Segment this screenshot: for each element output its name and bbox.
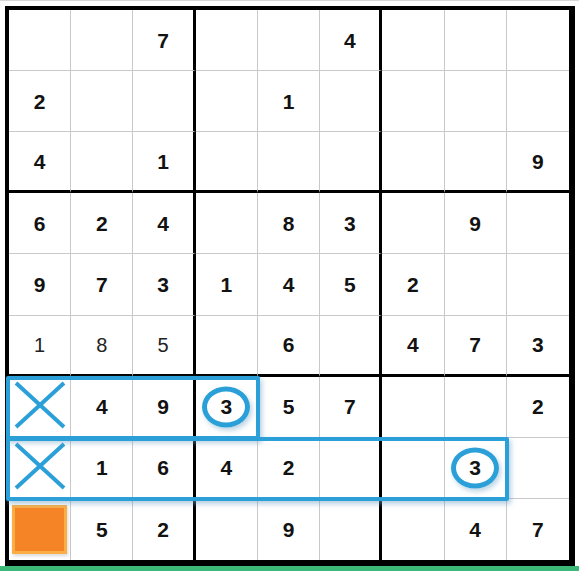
cell-r2c3[interactable] [133,71,195,132]
cell-r7c8[interactable] [445,377,507,438]
digit-r7c9: 2 [532,396,544,417]
cell-r2c2[interactable] [71,71,133,132]
digit-r6c7: 4 [407,334,419,355]
cell-r1c3[interactable]: 7 [133,10,195,71]
cell-r3c7[interactable] [382,132,444,193]
cell-r5c6[interactable]: 5 [320,254,382,315]
digit-r5c3: 3 [157,274,169,295]
digit-r3c3: 1 [157,151,169,172]
orange-square-annotation [12,505,67,554]
cell-r1c9[interactable] [507,10,569,71]
cell-r1c8[interactable] [445,10,507,71]
digit-r5c7: 2 [407,274,419,295]
sudoku-screen: 7421419624839973145218564734935721642352… [0,0,579,571]
cell-r4c7[interactable] [382,193,444,254]
digit-r6c2: 8 [96,335,107,355]
digit-r3c1: 4 [34,151,46,172]
cell-r7c3[interactable]: 9 [133,377,195,438]
digit-r4c6: 3 [344,213,356,234]
cell-r6c8[interactable]: 7 [445,316,507,377]
cell-r8c2[interactable]: 1 [71,438,133,499]
cell-r7c5[interactable]: 5 [258,377,320,438]
cell-r3c3[interactable]: 1 [133,132,195,193]
x-mark-icon [13,440,67,496]
digit-r9c2: 5 [96,519,108,540]
digit-r4c1: 6 [34,213,46,234]
cell-r2c6[interactable] [320,71,382,132]
cell-r8c8[interactable]: 3 [445,438,507,499]
cell-r5c7[interactable]: 2 [382,254,444,315]
digit-r7c2: 4 [96,396,108,417]
digit-r5c2: 7 [96,274,108,295]
cell-r9c1[interactable] [9,499,71,560]
cell-r9c5[interactable]: 9 [258,499,320,560]
cell-r8c7[interactable] [382,438,444,499]
cell-r5c9[interactable] [507,254,569,315]
cell-r4c8[interactable]: 9 [445,193,507,254]
digit-r6c8: 7 [469,334,481,355]
cell-r6c2[interactable]: 8 [71,316,133,377]
cell-r4c5[interactable]: 8 [258,193,320,254]
digit-r4c2: 2 [96,213,108,234]
digit-r7c5: 5 [283,396,295,417]
digit-r9c5: 9 [283,519,295,540]
cell-r1c4[interactable] [196,10,258,71]
cell-r1c2[interactable] [71,10,133,71]
cell-r2c8[interactable] [445,71,507,132]
cell-r9c4[interactable] [196,499,258,560]
cell-r4c6[interactable]: 3 [320,193,382,254]
digit-r7c4: 3 [220,396,232,417]
sudoku-board: 7421419624839973145218564734935721642352… [5,6,575,567]
cell-r8c3[interactable]: 6 [133,438,195,499]
cell-r7c4[interactable]: 3 [196,377,258,438]
cell-r1c6[interactable]: 4 [320,10,382,71]
cell-r3c9[interactable]: 9 [507,132,569,193]
digit-r1c3: 7 [157,30,169,51]
cell-r3c4[interactable] [196,132,258,193]
digit-r3c9: 9 [532,151,544,172]
cell-r7c2[interactable]: 4 [71,377,133,438]
cell-r4c9[interactable] [507,193,569,254]
cell-r3c2[interactable] [71,132,133,193]
cell-r6c1[interactable]: 1 [9,316,71,377]
cell-r8c1[interactable] [9,438,71,499]
digit-r7c6: 7 [344,396,356,417]
digit-r2c5: 1 [283,91,295,112]
digit-r8c2: 1 [96,457,108,478]
digit-r8c5: 2 [283,457,295,478]
cell-r1c5[interactable] [258,10,320,71]
cell-r6c3[interactable]: 5 [133,316,195,377]
digit-r9c9: 7 [532,519,544,540]
cell-r8c6[interactable] [320,438,382,499]
cell-r2c7[interactable] [382,71,444,132]
cell-r2c1[interactable]: 2 [9,71,71,132]
cell-r9c3[interactable]: 2 [133,499,195,560]
cell-r2c5[interactable]: 1 [258,71,320,132]
cell-r4c4[interactable] [196,193,258,254]
cell-r5c1[interactable]: 9 [9,254,71,315]
cell-r8c9[interactable] [507,438,569,499]
cell-r7c7[interactable] [382,377,444,438]
cell-r1c1[interactable] [9,10,71,71]
cell-r3c8[interactable] [445,132,507,193]
cell-r6c6[interactable] [320,316,382,377]
cell-r4c2[interactable]: 2 [71,193,133,254]
cell-r5c8[interactable] [445,254,507,315]
cell-r9c9[interactable]: 7 [507,499,569,560]
digit-r4c3: 4 [157,213,169,234]
cell-r7c1[interactable] [9,377,71,438]
digit-r9c3: 2 [157,519,169,540]
digit-r4c8: 9 [469,213,481,234]
cell-r5c4[interactable]: 1 [196,254,258,315]
digit-r6c5: 6 [283,334,295,355]
digit-r5c1: 9 [34,274,46,295]
cell-r3c6[interactable] [320,132,382,193]
digit-r4c5: 8 [283,213,295,234]
digit-r5c4: 1 [220,274,232,295]
cell-r9c2[interactable]: 5 [71,499,133,560]
cell-r8c4[interactable]: 4 [196,438,258,499]
digit-r6c1: 1 [34,335,45,355]
digit-r6c3: 5 [157,335,168,355]
digit-r8c4: 4 [220,457,232,478]
cell-r4c1[interactable]: 6 [9,193,71,254]
cell-r6c9[interactable]: 3 [507,316,569,377]
cell-r4c3[interactable]: 4 [133,193,195,254]
digit-r7c3: 9 [157,396,169,417]
cell-r2c4[interactable] [196,71,258,132]
digit-r8c3: 6 [157,457,169,478]
digit-r8c8: 3 [469,457,481,478]
digit-r6c9: 3 [532,334,544,355]
bottom-green-line [0,566,579,571]
cell-r9c7[interactable] [382,499,444,560]
digit-r5c5: 4 [283,274,295,295]
cell-r8c5[interactable]: 2 [258,438,320,499]
cell-r3c1[interactable]: 4 [9,132,71,193]
cell-r9c8[interactable]: 4 [445,499,507,560]
cell-r5c2[interactable]: 7 [71,254,133,315]
cell-r9c6[interactable] [320,499,382,560]
cell-r1c7[interactable] [382,10,444,71]
cell-r6c5[interactable]: 6 [258,316,320,377]
digit-r9c8: 4 [469,519,481,540]
cell-r5c3[interactable]: 3 [133,254,195,315]
x-mark-icon [13,379,67,435]
cell-r7c6[interactable]: 7 [320,377,382,438]
cell-r7c9[interactable]: 2 [507,377,569,438]
digit-r5c6: 5 [344,274,356,295]
cell-r2c9[interactable] [507,71,569,132]
digit-r2c1: 2 [34,91,46,112]
cell-r5c5[interactable]: 4 [258,254,320,315]
cell-r6c7[interactable]: 4 [382,316,444,377]
cell-r3c5[interactable] [258,132,320,193]
cell-r6c4[interactable] [196,316,258,377]
digit-r1c6: 4 [344,30,356,51]
